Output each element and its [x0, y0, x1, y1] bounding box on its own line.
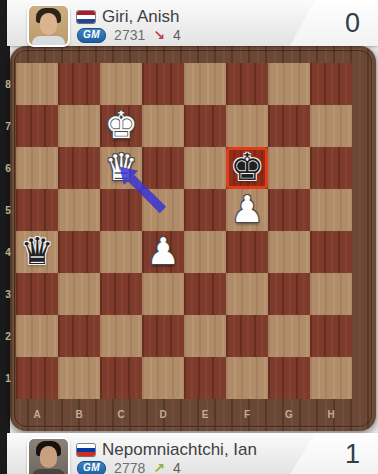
- player-rating: 2731: [114, 27, 145, 43]
- square-b7[interactable]: [58, 105, 100, 147]
- flag-ru: [77, 444, 95, 456]
- match-score: 0: [345, 8, 360, 39]
- square-b3[interactable]: [58, 273, 100, 315]
- score-slab: [283, 0, 378, 46]
- square-e7[interactable]: [184, 105, 226, 147]
- square-b4[interactable]: [58, 231, 100, 273]
- square-g7[interactable]: [268, 105, 310, 147]
- player-avatar: [27, 437, 70, 474]
- white-queen[interactable]: ♛: [100, 146, 142, 188]
- square-g6[interactable]: [268, 147, 310, 189]
- square-g1[interactable]: [268, 357, 310, 399]
- player-name: Giri, Anish: [102, 7, 179, 27]
- square-b2[interactable]: [58, 315, 100, 357]
- square-e4[interactable]: [184, 231, 226, 273]
- square-d3[interactable]: [142, 273, 184, 315]
- square-e3[interactable]: [184, 273, 226, 315]
- black-king[interactable]: ♚: [226, 146, 268, 188]
- square-d4[interactable]: ♟: [142, 231, 184, 273]
- black-queen[interactable]: ♛: [16, 230, 58, 272]
- score-slab: [283, 433, 378, 474]
- avatar-face: [40, 446, 57, 468]
- avatar-face: [40, 13, 57, 35]
- square-b1[interactable]: [58, 357, 100, 399]
- square-d6[interactable]: [142, 147, 184, 189]
- flag-nl: [77, 11, 95, 23]
- white-pawn[interactable]: ♟: [226, 188, 268, 230]
- square-a7[interactable]: [16, 105, 58, 147]
- square-a8[interactable]: [16, 63, 58, 105]
- square-a2[interactable]: [16, 315, 58, 357]
- square-f5[interactable]: ♟: [226, 189, 268, 231]
- square-c5[interactable]: [100, 189, 142, 231]
- square-b6[interactable]: [58, 147, 100, 189]
- square-f2[interactable]: [226, 315, 268, 357]
- square-d8[interactable]: [142, 63, 184, 105]
- square-e5[interactable]: [184, 189, 226, 231]
- square-g4[interactable]: [268, 231, 310, 273]
- square-g5[interactable]: [268, 189, 310, 231]
- square-c2[interactable]: [100, 315, 142, 357]
- square-f3[interactable]: [226, 273, 268, 315]
- chess-board-frame: ♚♛♚♟♛♟: [10, 46, 376, 431]
- avatar-torso: [32, 36, 65, 47]
- square-h7[interactable]: [310, 105, 352, 147]
- rating-change: 4: [173, 460, 181, 474]
- square-c6[interactable]: ♛: [100, 147, 142, 189]
- square-a5[interactable]: [16, 189, 58, 231]
- square-f1[interactable]: [226, 357, 268, 399]
- player-bar-bottom: Nepomniachtchi, Ian GM 2778 ↗ 4 1: [7, 433, 378, 474]
- square-h4[interactable]: [310, 231, 352, 273]
- square-h6[interactable]: [310, 147, 352, 189]
- square-e2[interactable]: [184, 315, 226, 357]
- square-d1[interactable]: [142, 357, 184, 399]
- square-e8[interactable]: [184, 63, 226, 105]
- square-f4[interactable]: [226, 231, 268, 273]
- square-e1[interactable]: [184, 357, 226, 399]
- white-king[interactable]: ♚: [100, 104, 142, 146]
- square-f7[interactable]: [226, 105, 268, 147]
- square-d2[interactable]: [142, 315, 184, 357]
- square-d5[interactable]: [142, 189, 184, 231]
- match-score: 1: [345, 438, 360, 469]
- square-c1[interactable]: [100, 357, 142, 399]
- title-badge: GM: [77, 461, 106, 474]
- square-c3[interactable]: [100, 273, 142, 315]
- rating-change: 4: [173, 27, 181, 43]
- square-h5[interactable]: [310, 189, 352, 231]
- player-name: Nepomniachtchi, Ian: [102, 440, 257, 460]
- square-b8[interactable]: [58, 63, 100, 105]
- square-c4[interactable]: [100, 231, 142, 273]
- player-avatar: [27, 4, 70, 47]
- avatar-torso: [32, 469, 65, 474]
- square-a6[interactable]: [16, 147, 58, 189]
- square-h8[interactable]: [310, 63, 352, 105]
- player-bar-top: Giri, Anish GM 2731 ↘ 4 0: [7, 0, 378, 46]
- square-a1[interactable]: [16, 357, 58, 399]
- rating-trend-up-icon: ↗: [153, 460, 165, 474]
- square-a4[interactable]: ♛: [16, 231, 58, 273]
- square-g8[interactable]: [268, 63, 310, 105]
- white-pawn[interactable]: ♟: [142, 230, 184, 272]
- player-rating: 2778: [114, 460, 145, 474]
- square-h1[interactable]: [310, 357, 352, 399]
- square-g2[interactable]: [268, 315, 310, 357]
- square-f6[interactable]: ♚: [226, 147, 268, 189]
- square-g3[interactable]: [268, 273, 310, 315]
- square-b5[interactable]: [58, 189, 100, 231]
- square-h3[interactable]: [310, 273, 352, 315]
- rating-trend-down-icon: ↘: [153, 27, 165, 43]
- chess-board[interactable]: ♚♛♚♟♛♟: [16, 63, 352, 399]
- title-badge: GM: [77, 28, 106, 43]
- square-f8[interactable]: [226, 63, 268, 105]
- square-d7[interactable]: [142, 105, 184, 147]
- background-strip: [0, 0, 10, 474]
- square-c8[interactable]: [100, 63, 142, 105]
- square-a3[interactable]: [16, 273, 58, 315]
- square-h2[interactable]: [310, 315, 352, 357]
- square-c7[interactable]: ♚: [100, 105, 142, 147]
- square-e6[interactable]: [184, 147, 226, 189]
